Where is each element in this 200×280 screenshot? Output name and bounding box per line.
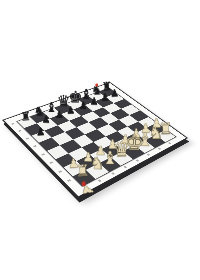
chessboard: [2, 82, 188, 198]
chess-set-photo: ♜♞♝♛♚♝♞♜♟♟♟♟♟♟♟♟♟♟♟♟♟♟♟♟♜♞♝♛♚♝♞♜♟: [0, 0, 200, 280]
board-grid: [17, 88, 175, 186]
